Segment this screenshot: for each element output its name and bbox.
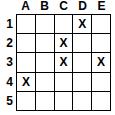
cell-e5[interactable] bbox=[92, 92, 110, 110]
cell-a4[interactable]: X bbox=[17, 73, 35, 91]
cell-e3[interactable]: X bbox=[92, 53, 110, 71]
cell-b2[interactable] bbox=[36, 34, 54, 52]
cell-d4[interactable] bbox=[73, 73, 91, 91]
cell-a2[interactable] bbox=[17, 34, 35, 52]
x-mark: X bbox=[22, 76, 30, 88]
cell-d3[interactable] bbox=[73, 53, 91, 71]
cell-c2[interactable]: X bbox=[55, 34, 73, 52]
cell-d1[interactable]: X bbox=[73, 15, 91, 33]
puzzle-grid: XXXXX bbox=[16, 14, 111, 111]
x-mark: X bbox=[59, 37, 67, 49]
cell-e2[interactable] bbox=[92, 34, 110, 52]
cell-c1[interactable] bbox=[55, 15, 73, 33]
column-header-c: C bbox=[54, 0, 73, 14]
column-headers: ABCDE bbox=[16, 0, 111, 14]
column-header-a: A bbox=[16, 0, 35, 14]
cell-e1[interactable] bbox=[92, 15, 110, 33]
row-label-2: 2 bbox=[0, 33, 16, 52]
row-label-5: 5 bbox=[0, 92, 16, 111]
cell-a1[interactable] bbox=[17, 15, 35, 33]
row-labels: 12345 bbox=[0, 14, 16, 111]
x-mark: X bbox=[97, 56, 105, 68]
row-label-1: 1 bbox=[0, 14, 16, 33]
cell-c3[interactable]: X bbox=[55, 53, 73, 71]
cell-d5[interactable] bbox=[73, 92, 91, 110]
cell-e4[interactable] bbox=[92, 73, 110, 91]
cell-b5[interactable] bbox=[36, 92, 54, 110]
column-header-b: B bbox=[35, 0, 54, 14]
puzzle-board-layout: ABCDE 12345 XXXXX bbox=[0, 0, 111, 111]
column-header-d: D bbox=[73, 0, 92, 14]
cell-a5[interactable] bbox=[17, 92, 35, 110]
corner-spacer bbox=[0, 0, 16, 14]
x-mark: X bbox=[78, 18, 86, 30]
cell-c5[interactable] bbox=[55, 92, 73, 110]
cell-b1[interactable] bbox=[36, 15, 54, 33]
row-label-3: 3 bbox=[0, 53, 16, 72]
row-label-4: 4 bbox=[0, 72, 16, 91]
column-header-e: E bbox=[92, 0, 111, 14]
cell-b4[interactable] bbox=[36, 73, 54, 91]
cell-a3[interactable] bbox=[17, 53, 35, 71]
cell-d2[interactable] bbox=[73, 34, 91, 52]
cell-c4[interactable] bbox=[55, 73, 73, 91]
cell-b3[interactable] bbox=[36, 53, 54, 71]
x-mark: X bbox=[59, 56, 67, 68]
